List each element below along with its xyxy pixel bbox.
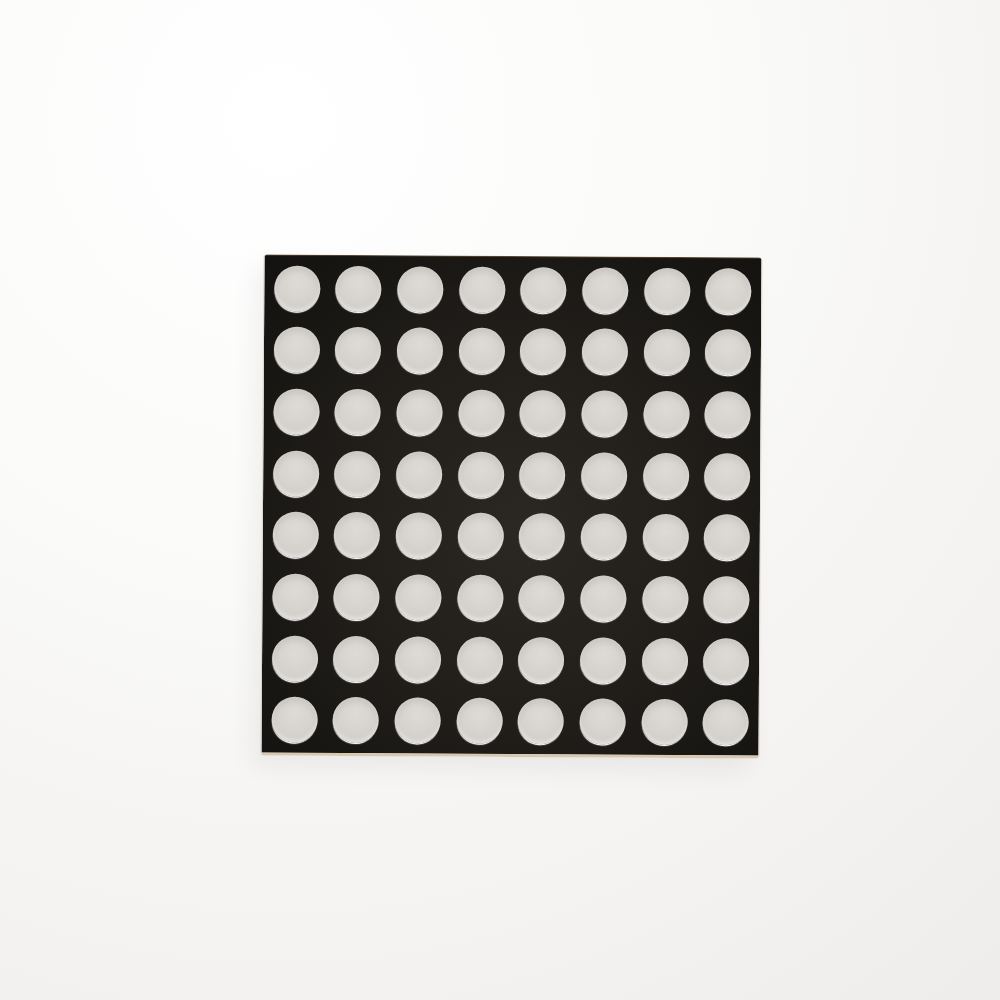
led-cell-r8-c8	[695, 692, 757, 754]
led-dot-off-r4-c8	[704, 453, 750, 499]
led-cell-r1-c3	[389, 258, 451, 320]
led-dot-off-r8-c4	[456, 698, 502, 744]
led-cell-r2-c5	[512, 321, 574, 383]
led-cell-r1-c4	[451, 259, 513, 321]
led-cell-r4-c2	[327, 443, 389, 505]
led-dot-off-r1-c7	[644, 268, 690, 314]
led-cell-r4-c5	[512, 444, 574, 506]
led-cell-r5-c3	[388, 505, 450, 567]
led-dot-off-r3-c7	[643, 391, 689, 437]
led-dot-off-r8-c2	[333, 697, 379, 743]
led-dot-off-r5-c8	[704, 514, 750, 560]
led-dot-off-r2-c7	[643, 329, 689, 375]
led-dot-off-r2-c6	[582, 329, 628, 375]
led-cell-r5-c6	[573, 506, 635, 568]
led-dot-off-r6-c5	[519, 575, 565, 621]
led-cell-r8-c3	[387, 690, 449, 752]
led-cell-r7-c7	[634, 630, 696, 692]
led-cell-r7-c8	[695, 630, 757, 692]
led-cell-r2-c6	[574, 321, 636, 383]
led-dot-off-r1-c5	[520, 267, 566, 313]
led-dot-off-r8-c8	[703, 699, 749, 745]
led-cell-r4-c8	[696, 445, 758, 507]
led-cell-r8-c5	[510, 690, 572, 752]
led-dot-off-r7-c8	[703, 638, 749, 684]
led-dot-off-r2-c5	[520, 328, 566, 374]
led-dot-off-r5-c3	[396, 513, 442, 559]
led-cell-r3-c1	[265, 381, 327, 443]
led-cell-r3-c2	[327, 381, 389, 443]
led-cell-r1-c7	[636, 260, 698, 322]
led-cell-r7-c3	[387, 628, 449, 690]
led-dot-off-r4-c6	[581, 452, 627, 498]
led-cell-r8-c4	[448, 690, 510, 752]
led-dot-off-r4-c4	[458, 451, 504, 497]
led-cell-r6-c1	[264, 566, 326, 628]
led-cell-r1-c8	[698, 260, 760, 322]
led-cell-r6-c6	[572, 568, 634, 630]
led-cell-r4-c4	[450, 443, 512, 505]
led-dot-off-r6-c4	[457, 575, 503, 621]
led-dot-off-r6-c2	[334, 574, 380, 620]
led-dot-off-r2-c4	[458, 328, 504, 374]
led-cell-r5-c7	[634, 506, 696, 568]
led-cell-r8-c2	[325, 689, 387, 751]
led-dot-off-r2-c1	[274, 327, 320, 373]
led-matrix-module	[261, 254, 761, 758]
led-dot-off-r5-c4	[457, 513, 503, 559]
led-dot-off-r5-c1	[272, 512, 318, 558]
led-dot-off-r8-c3	[395, 697, 441, 743]
led-cell-r2-c4	[451, 320, 513, 382]
led-cell-r5-c2	[326, 504, 388, 566]
led-dot-off-r3-c3	[396, 389, 442, 435]
led-cell-r3-c8	[697, 383, 759, 445]
led-dot-off-r6-c6	[580, 575, 626, 621]
led-dot-off-r3-c4	[458, 390, 504, 436]
led-cell-r3-c4	[450, 382, 512, 444]
led-dot-off-r3-c8	[705, 391, 751, 437]
led-dot-off-r2-c8	[705, 330, 751, 376]
led-cell-r4-c3	[388, 443, 450, 505]
led-cell-r5-c1	[265, 504, 327, 566]
led-cell-r1-c6	[574, 259, 636, 321]
led-dot-off-r6-c8	[703, 576, 749, 622]
led-dot-off-r7-c6	[580, 637, 626, 683]
led-cell-r7-c1	[264, 627, 326, 689]
led-cell-r4-c1	[265, 442, 327, 504]
led-cell-r5-c8	[696, 507, 758, 569]
led-dot-off-r7-c5	[518, 637, 564, 683]
led-dot-off-r7-c3	[395, 636, 441, 682]
led-cell-r2-c3	[389, 320, 451, 382]
led-cell-r2-c8	[697, 322, 759, 384]
led-cell-r3-c7	[635, 383, 697, 445]
led-cell-r2-c2	[327, 319, 389, 381]
led-cell-r6-c4	[449, 567, 511, 629]
led-cell-r1-c2	[328, 258, 390, 320]
led-dot-off-r4-c2	[334, 451, 380, 497]
led-cell-r8-c6	[572, 691, 634, 753]
led-cell-r4-c6	[573, 444, 635, 506]
led-dot-off-r4-c1	[273, 450, 319, 496]
led-dot-off-r8-c5	[518, 698, 564, 744]
led-cell-r3-c5	[512, 382, 574, 444]
led-cell-r8-c1	[264, 689, 326, 751]
led-dot-off-r1-c6	[582, 267, 628, 313]
led-cell-r5-c5	[511, 506, 573, 568]
led-dot-off-r8-c1	[271, 697, 317, 743]
led-cell-r8-c7	[633, 691, 695, 753]
led-cell-r4-c7	[635, 445, 697, 507]
led-cell-r7-c6	[572, 629, 634, 691]
led-dot-off-r3-c6	[581, 390, 627, 436]
led-dot-off-r3-c1	[273, 389, 319, 435]
led-cell-r2-c1	[266, 319, 328, 381]
led-cell-r1-c5	[513, 259, 575, 321]
led-cell-r6-c8	[696, 568, 758, 630]
led-dot-off-r2-c3	[397, 328, 443, 374]
led-dot-off-r1-c2	[336, 266, 382, 312]
led-dot-off-r1-c8	[705, 268, 751, 314]
led-dot-off-r5-c5	[519, 513, 565, 559]
led-dot-off-r4-c3	[396, 451, 442, 497]
led-dot-off-r6-c3	[395, 574, 441, 620]
led-dot-off-r5-c6	[581, 514, 627, 560]
led-grid	[261, 255, 761, 755]
led-dot-off-r1-c4	[459, 266, 505, 312]
led-dot-off-r8-c7	[641, 699, 687, 745]
led-dot-off-r5-c2	[334, 512, 380, 558]
led-dot-off-r4-c7	[643, 452, 689, 498]
led-cell-r6-c7	[634, 568, 696, 630]
led-dot-off-r8-c6	[579, 699, 625, 745]
led-dot-off-r5-c7	[642, 514, 688, 560]
led-dot-off-r3-c2	[335, 389, 381, 435]
led-cell-r7-c4	[449, 628, 511, 690]
photo-background	[0, 0, 1000, 1000]
led-dot-off-r1-c3	[397, 266, 443, 312]
led-cell-r7-c5	[510, 629, 572, 691]
led-dot-off-r7-c4	[457, 636, 503, 682]
led-dot-off-r6-c1	[272, 573, 318, 619]
led-dot-off-r4-c5	[519, 452, 565, 498]
led-cell-r7-c2	[326, 628, 388, 690]
led-cell-r3-c3	[389, 381, 451, 443]
led-dot-off-r6-c7	[642, 576, 688, 622]
led-cell-r2-c7	[636, 321, 698, 383]
led-dot-off-r2-c2	[335, 327, 381, 373]
led-cell-r6-c5	[511, 567, 573, 629]
led-dot-off-r7-c1	[272, 635, 318, 681]
led-dot-off-r7-c2	[333, 635, 379, 681]
led-dot-off-r3-c5	[520, 390, 566, 436]
led-cell-r3-c6	[574, 383, 636, 445]
led-cell-r6-c3	[388, 566, 450, 628]
led-cell-r5-c4	[450, 505, 512, 567]
led-cell-r6-c2	[326, 566, 388, 628]
led-cell-r1-c1	[266, 257, 328, 319]
led-dot-off-r7-c7	[641, 637, 687, 683]
led-dot-off-r1-c1	[274, 265, 320, 311]
